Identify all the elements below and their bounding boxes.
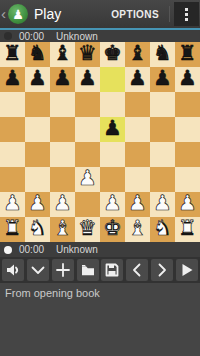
open-file-button[interactable]: [77, 259, 99, 281]
black-pawn: ♟: [53, 68, 72, 89]
black-queen: ♛: [78, 43, 97, 64]
white-king: ♚: [103, 218, 122, 239]
square-g4[interactable]: [150, 142, 175, 167]
square-e8[interactable]: ♚: [100, 42, 125, 67]
engine-status-text: From opening book: [0, 283, 200, 299]
save-game-button[interactable]: [101, 259, 123, 281]
white-player-name: Unknown: [56, 244, 98, 255]
square-g6[interactable]: [150, 92, 175, 117]
square-d4[interactable]: [75, 142, 100, 167]
square-h8[interactable]: ♜: [175, 42, 200, 67]
black-pawn: ♟: [78, 68, 97, 89]
white-pawn: ♟: [103, 193, 122, 214]
plus-icon: [56, 263, 70, 277]
square-e3[interactable]: [100, 167, 125, 192]
white-to-move-dot: [4, 246, 12, 254]
white-knight: ♞: [28, 218, 47, 239]
square-a4[interactable]: [0, 142, 25, 167]
move-back-button[interactable]: [126, 259, 148, 281]
square-h5[interactable]: [175, 117, 200, 142]
square-f8[interactable]: ♝: [125, 42, 150, 67]
black-bishop: ♝: [53, 43, 72, 64]
white-player-row: 00:00 Unknown: [0, 242, 200, 257]
square-b5[interactable]: [25, 117, 50, 142]
white-pawn: ♟: [53, 193, 72, 214]
square-h7[interactable]: ♟: [175, 67, 200, 92]
white-pawn: ♟: [28, 193, 47, 214]
actionbar-divider: [169, 6, 170, 22]
white-rook: ♜: [3, 218, 22, 239]
square-d3[interactable]: ♟: [75, 167, 100, 192]
square-c8[interactable]: ♝: [50, 42, 75, 67]
square-g5[interactable]: [150, 117, 175, 142]
square-c1[interactable]: ♝: [50, 217, 75, 242]
square-d2[interactable]: [75, 192, 100, 217]
chess-app: ‹ ♟ Play OPTIONS 00:00 Unknown ♜♞♝♛♚♝♞♜♟…: [0, 0, 200, 356]
black-pawn: ♟: [128, 68, 147, 89]
square-c5[interactable]: [50, 117, 75, 142]
app-icon: ♟: [8, 4, 28, 24]
square-f2[interactable]: ♟: [125, 192, 150, 217]
square-b1[interactable]: ♞: [25, 217, 50, 242]
black-pawn: ♟: [3, 68, 22, 89]
chevron-down-icon: [31, 263, 45, 277]
white-knight: ♞: [153, 218, 172, 239]
black-pawn: ♟: [153, 68, 172, 89]
white-clock: 00:00: [19, 244, 44, 255]
square-g8[interactable]: ♞: [150, 42, 175, 67]
square-d5[interactable]: [75, 117, 100, 142]
engine-play-button[interactable]: [176, 259, 198, 281]
square-e5[interactable]: ♟: [100, 117, 125, 142]
square-d6[interactable]: [75, 92, 100, 117]
volume-icon: [6, 263, 20, 277]
white-pawn: ♟: [178, 193, 197, 214]
engine-output-panel: From opening book: [0, 283, 200, 356]
square-c7[interactable]: ♟: [50, 67, 75, 92]
square-c4[interactable]: [50, 142, 75, 167]
floppy-icon: [105, 263, 119, 277]
square-f3[interactable]: [125, 167, 150, 192]
chevron-right-icon: [155, 263, 169, 277]
square-h3[interactable]: [175, 167, 200, 192]
black-pawn: ♟: [103, 118, 122, 139]
overflow-dot: [185, 8, 188, 11]
square-b4[interactable]: [25, 142, 50, 167]
play-icon: [180, 263, 194, 277]
back-button[interactable]: ‹: [0, 6, 7, 23]
square-f4[interactable]: [125, 142, 150, 167]
black-king: ♚: [103, 43, 122, 64]
square-d1[interactable]: ♛: [75, 217, 100, 242]
chess-board: ♜♞♝♛♚♝♞♜♟♟♟♟♟♟♟♟♟♟♟♟♟♟♟♟♜♞♝♛♚♝♞♜: [0, 42, 200, 242]
square-b7[interactable]: ♟: [25, 67, 50, 92]
square-c3[interactable]: [50, 167, 75, 192]
square-a8[interactable]: ♜: [0, 42, 25, 67]
black-clock: 00:00: [19, 31, 44, 42]
square-g2[interactable]: ♟: [150, 192, 175, 217]
overflow-dot: [185, 13, 188, 16]
square-a3[interactable]: [0, 167, 25, 192]
black-bishop: ♝: [128, 43, 147, 64]
move-forward-button[interactable]: [151, 259, 173, 281]
square-g3[interactable]: [150, 167, 175, 192]
square-f7[interactable]: ♟: [125, 67, 150, 92]
folder-icon: [81, 263, 95, 277]
black-rook: ♜: [3, 43, 22, 64]
white-bishop: ♝: [128, 218, 147, 239]
white-queen: ♛: [78, 218, 97, 239]
square-e6[interactable]: [100, 92, 125, 117]
square-c6[interactable]: [50, 92, 75, 117]
square-e4[interactable]: [100, 142, 125, 167]
white-rook: ♜: [178, 218, 197, 239]
black-side-dot: [4, 32, 12, 40]
volume-button[interactable]: [2, 259, 24, 281]
black-player-name: Unknown: [56, 31, 98, 42]
square-b8[interactable]: ♞: [25, 42, 50, 67]
square-a2[interactable]: ♟: [0, 192, 25, 217]
square-f5[interactable]: [125, 117, 150, 142]
square-e1[interactable]: ♚: [100, 217, 125, 242]
chevron-left-icon: [130, 263, 144, 277]
action-bar: ‹ ♟ Play OPTIONS: [0, 0, 200, 30]
black-knight: ♞: [153, 43, 172, 64]
page-title: Play: [34, 6, 61, 22]
pawn-icon: ♟: [12, 8, 24, 21]
square-h2[interactable]: ♟: [175, 192, 200, 217]
overflow-menu-button[interactable]: [174, 2, 199, 26]
white-pawn: ♟: [3, 193, 22, 214]
square-a1[interactable]: ♜: [0, 217, 25, 242]
square-c2[interactable]: ♟: [50, 192, 75, 217]
black-rook: ♜: [178, 43, 197, 64]
black-pawn: ♟: [178, 68, 197, 89]
square-b6[interactable]: [25, 92, 50, 117]
square-f6[interactable]: [125, 92, 150, 117]
square-b3[interactable]: [25, 167, 50, 192]
black-knight: ♞: [28, 43, 47, 64]
white-pawn: ♟: [153, 193, 172, 214]
square-d7[interactable]: ♟: [75, 67, 100, 92]
black-pawn: ♟: [28, 68, 47, 89]
square-h6[interactable]: [175, 92, 200, 117]
square-e7[interactable]: [100, 67, 125, 92]
toolbar: [0, 257, 200, 283]
white-pawn: ♟: [78, 168, 97, 189]
collapse-button[interactable]: [27, 259, 49, 281]
square-g7[interactable]: ♟: [150, 67, 175, 92]
white-bishop: ♝: [53, 218, 72, 239]
options-button[interactable]: OPTIONS: [101, 9, 169, 20]
square-h1[interactable]: ♜: [175, 217, 200, 242]
square-g1[interactable]: ♞: [150, 217, 175, 242]
square-f1[interactable]: ♝: [125, 217, 150, 242]
new-game-button[interactable]: [52, 259, 74, 281]
square-b2[interactable]: ♟: [25, 192, 50, 217]
square-h4[interactable]: [175, 142, 200, 167]
square-d8[interactable]: ♛: [75, 42, 100, 67]
square-e2[interactable]: ♟: [100, 192, 125, 217]
square-a7[interactable]: ♟: [0, 67, 25, 92]
square-a5[interactable]: [0, 117, 25, 142]
overflow-dot: [185, 18, 188, 21]
white-pawn: ♟: [128, 193, 147, 214]
square-a6[interactable]: [0, 92, 25, 117]
